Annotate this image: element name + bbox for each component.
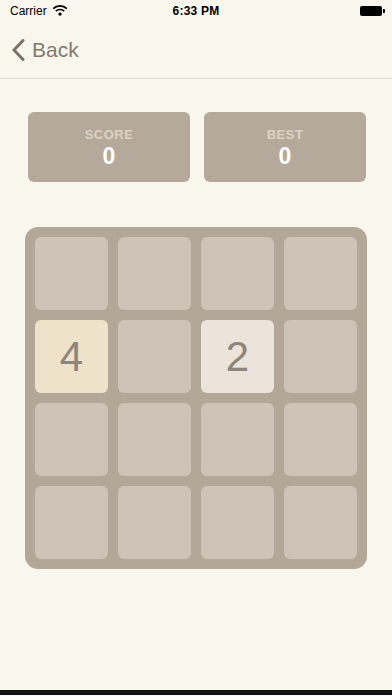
board-cell [284,486,357,559]
board-cell [118,237,191,310]
board-cell [201,403,274,476]
nav-bar: Back [0,22,392,79]
wifi-icon [52,4,68,19]
score-value: 0 [103,145,116,168]
board-cell [35,237,108,310]
score-panel: SCORE 0 [28,112,190,182]
board-cell [284,237,357,310]
board-cell [118,486,191,559]
board-cell [284,320,357,393]
status-right [360,6,385,16]
board-cell [201,486,274,559]
board-cell [118,320,191,393]
carrier-label: Carrier [10,4,47,18]
battery-icon [360,6,382,16]
status-bar: Carrier 6:33 PM [0,0,392,22]
board-grid: 42 [35,237,357,559]
status-left: Carrier [10,4,68,19]
back-button[interactable]: Back [12,38,79,62]
best-value: 0 [279,145,292,168]
best-label: BEST [267,127,304,142]
tile-4: 4 [35,320,108,393]
chevron-left-icon [12,39,25,61]
tile-2: 2 [201,320,274,393]
score-row: SCORE 0 BEST 0 [28,112,366,182]
board-cell [35,403,108,476]
screen-bottom-edge [0,690,392,695]
phone-screen: Carrier 6:33 PM Back [0,0,392,696]
board-cell [201,237,274,310]
board-cell [35,486,108,559]
back-button-label: Back [32,38,79,62]
game-board[interactable]: 42 [25,227,367,569]
board-cell [284,403,357,476]
best-panel: BEST 0 [204,112,366,182]
battery-nub [383,9,385,13]
board-cell [118,403,191,476]
score-label: SCORE [85,127,134,142]
